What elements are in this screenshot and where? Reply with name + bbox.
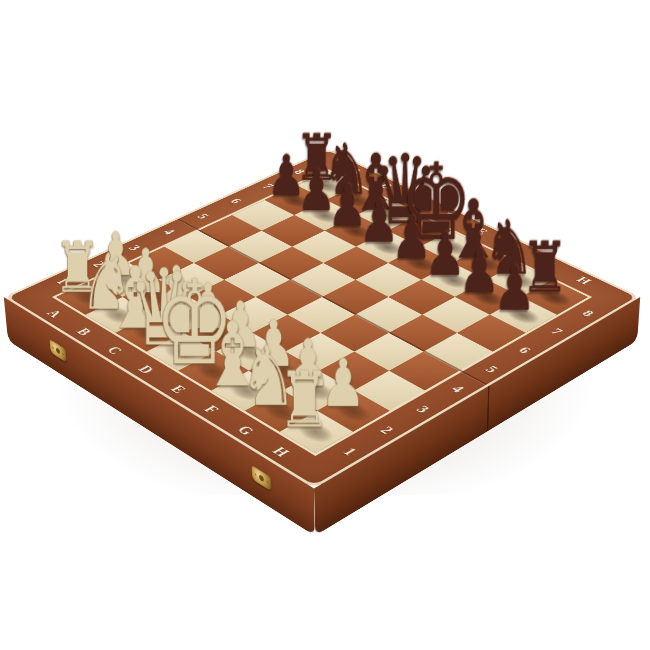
rank-label-left-7: 7 [259, 182, 276, 190]
file-label-back-h: H [573, 275, 594, 286]
rank-label-left-2: 2 [90, 260, 109, 269]
file-label-front-b: B [73, 326, 94, 337]
rank-label-right-8: 8 [579, 308, 597, 318]
rank-label-left-1: 1 [53, 276, 72, 285]
piece-contact-shadow [531, 286, 577, 310]
rank-label-left-5: 5 [194, 212, 212, 221]
file-label-back-b: B [377, 181, 396, 190]
square-a2: ♟ [93, 263, 159, 297]
file-label-front-f: F [200, 404, 222, 416]
file-label-back-e: E [471, 227, 490, 237]
fold-seam-side [487, 385, 490, 431]
file-label-front-c: C [103, 345, 125, 357]
rank-label-right-5: 5 [482, 364, 501, 375]
file-label-back-g: G [538, 259, 559, 270]
rank-label-left-3: 3 [125, 243, 143, 252]
file-label-back-f: F [505, 243, 524, 253]
brass-clasp-left [49, 339, 66, 363]
piece-contact-shadow [158, 339, 204, 365]
rank-label-right-7: 7 [548, 326, 566, 336]
file-label-front-d: D [134, 364, 156, 376]
file-label-back-d: D [439, 211, 458, 221]
piece-contact-shadow [256, 397, 305, 425]
rank-label-left-4: 4 [160, 227, 178, 236]
piece-contact-shadow [96, 303, 141, 327]
file-label-back-c: C [407, 196, 426, 205]
brass-clasp-right [252, 465, 272, 492]
rank-label-left-6: 6 [227, 197, 244, 205]
file-label-front-h: H [268, 445, 292, 459]
piece-contact-shadow [431, 269, 476, 292]
file-label-front-a: A [43, 308, 65, 319]
file-label-front-e: E [167, 383, 189, 395]
piece-contact-shadow [163, 303, 208, 327]
product-photo-scene: ♜♞♝♛♚♝♞♜♟♟♟♟♟♟♟♟♟♟♟♟♟♟♟♟♜♞♝♛♚♝♞♜ AABBCCD… [0, 0, 650, 650]
rank-label-right-2: 2 [377, 424, 397, 436]
rank-label-right-4: 4 [448, 383, 467, 394]
file-label-back-a: A [346, 167, 365, 176]
file-label-front-g: G [233, 424, 257, 438]
piece-contact-shadow [67, 286, 111, 310]
piece-contact-shadow [133, 286, 177, 310]
rank-label-left-8: 8 [291, 168, 308, 176]
piece-contact-shadow [328, 397, 377, 425]
rank-label-right-1: 1 [340, 446, 361, 458]
piece-contact-shadow [465, 286, 511, 310]
piece-contact-shadow [291, 418, 341, 447]
rank-label-right-3: 3 [413, 404, 433, 415]
rank-label-right-6: 6 [515, 345, 534, 355]
